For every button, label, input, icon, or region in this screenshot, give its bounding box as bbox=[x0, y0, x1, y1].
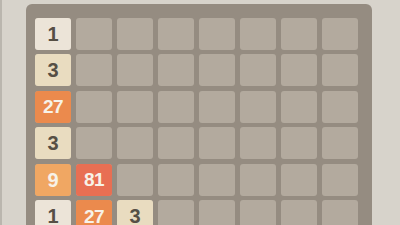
board-cell bbox=[322, 54, 358, 86]
board-cell bbox=[281, 18, 317, 50]
tile-27: 27 bbox=[76, 200, 112, 225]
board-cell bbox=[322, 164, 358, 196]
board-cell bbox=[158, 127, 194, 159]
board-cell bbox=[76, 54, 112, 86]
board-cell bbox=[322, 200, 358, 225]
tile-3: 3 bbox=[35, 54, 71, 86]
board-cell bbox=[240, 127, 276, 159]
board-cell bbox=[322, 18, 358, 50]
board-cell bbox=[199, 54, 235, 86]
board-cell bbox=[281, 91, 317, 123]
board-cell bbox=[322, 91, 358, 123]
board-cell bbox=[117, 91, 153, 123]
board-cell bbox=[117, 18, 153, 50]
board-cell bbox=[117, 54, 153, 86]
board-cell bbox=[199, 127, 235, 159]
board-cell bbox=[76, 127, 112, 159]
tile-1: 1 bbox=[35, 18, 71, 50]
board-cell bbox=[158, 91, 194, 123]
board-cell bbox=[158, 54, 194, 86]
board-cell bbox=[240, 54, 276, 86]
game-viewport: 132739811273 bbox=[0, 0, 400, 225]
board-cell bbox=[281, 200, 317, 225]
board-cell bbox=[281, 127, 317, 159]
board-cell bbox=[76, 91, 112, 123]
tile-81: 81 bbox=[76, 164, 112, 196]
board-cell bbox=[76, 18, 112, 50]
board-cell bbox=[199, 200, 235, 225]
board-cell bbox=[281, 54, 317, 86]
board-cell bbox=[199, 91, 235, 123]
board-cell bbox=[117, 127, 153, 159]
board-cell bbox=[199, 164, 235, 196]
tile-1: 1 bbox=[35, 200, 71, 225]
board-cell bbox=[199, 18, 235, 50]
board-cell bbox=[240, 18, 276, 50]
tile-3: 3 bbox=[117, 200, 153, 225]
tile-27: 27 bbox=[35, 91, 71, 123]
puzzle-board[interactable]: 132739811273 bbox=[26, 4, 372, 225]
board-cell bbox=[322, 127, 358, 159]
board-cell bbox=[281, 164, 317, 196]
board-cell bbox=[240, 91, 276, 123]
tile-9: 9 bbox=[35, 164, 71, 196]
board-cell bbox=[240, 164, 276, 196]
board-cell bbox=[158, 18, 194, 50]
board-cell bbox=[158, 164, 194, 196]
tile-3: 3 bbox=[35, 127, 71, 159]
board-cell bbox=[117, 164, 153, 196]
board-cell bbox=[240, 200, 276, 225]
board-cell bbox=[158, 200, 194, 225]
